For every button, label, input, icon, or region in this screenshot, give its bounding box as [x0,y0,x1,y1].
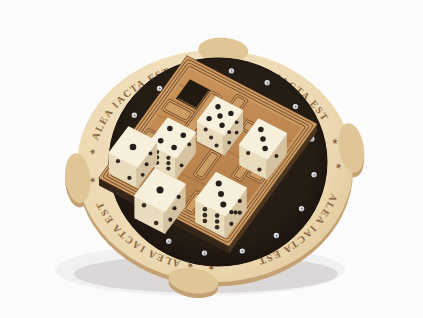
board-svg: ALEA IACTA EST ALEA IACTA EST ALEA IACTA… [0,0,423,318]
screw-icon [299,206,304,211]
star-icon: ★ [88,176,98,185]
puzzle-board-photo: ALEA IACTA EST ALEA IACTA EST ALEA IACTA… [0,0,423,318]
screw-icon [265,80,270,85]
screw-icon [240,248,245,253]
screw-icon [132,113,137,118]
star-icon: ★ [88,147,98,156]
screw-icon [293,104,298,109]
screw-icon [274,233,279,238]
screw-icon [311,172,316,177]
screw-icon [202,250,207,255]
screw-icon [229,68,234,73]
screw-icon [157,86,162,91]
star-icon: ★ [334,163,343,170]
screw-icon [166,239,171,244]
